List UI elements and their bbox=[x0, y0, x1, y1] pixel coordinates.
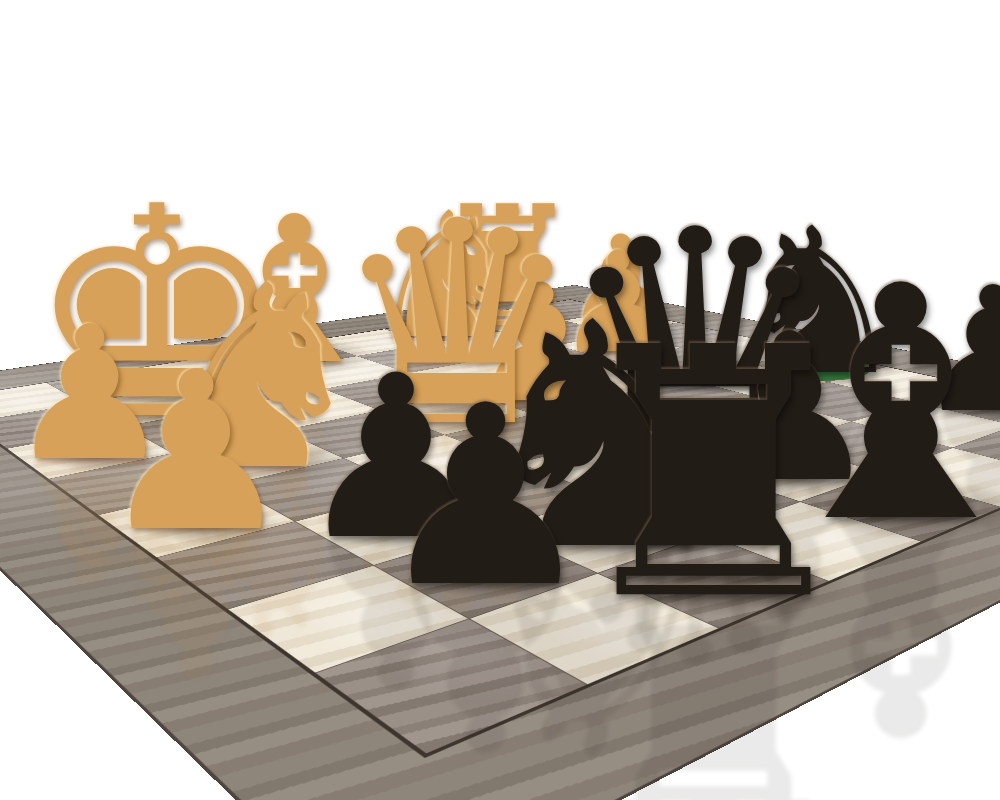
chess-product-photo-scene: ♚♚♛♛♜♜♝♝♞♞♞♞♟♟♟♟♟♟♟♟♟♟♞♞♛♛♟♟♟♟♟♟♞♞♟♟♜♜♝♝ bbox=[0, 0, 1000, 800]
piece-white-pawn-a4[interactable]: ♟ bbox=[98, 344, 294, 563]
piece-black-rook-c1[interactable]: ♜ bbox=[559, 303, 868, 647]
